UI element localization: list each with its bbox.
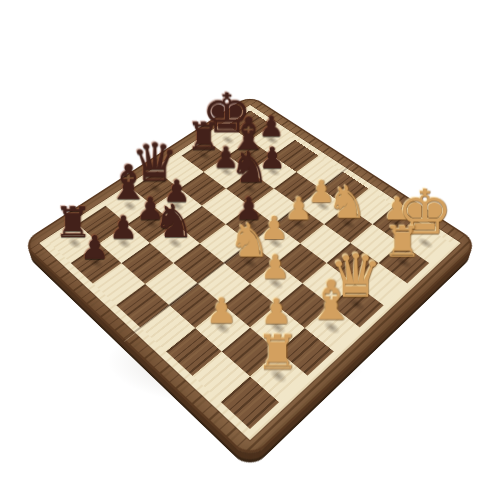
light-rook: ♜ [384, 221, 422, 264]
playing-area: ♟♟♚♚♝♟♟♞♜♜♟♞♟♟♟♛♛♟♞♟♝♝♟♞♟♟♟♜♜♟ [39, 105, 460, 440]
dark-pawn: ♟ [109, 212, 138, 244]
dark-knight: ♞ [153, 198, 194, 244]
light-bishop: ♝ [307, 274, 356, 329]
chess-board: ♟♟♚♚♝♟♟♞♜♜♟♞♟♟♟♛♛♟♞♟♝♝♟♞♟♟♟♜♜♟ [21, 95, 479, 462]
dark-pawn: ♟ [80, 231, 109, 264]
square-h2: ♜ [250, 351, 307, 402]
light-pawn: ♟ [260, 251, 290, 284]
scene-3d: ♟♟♚♚♝♟♟♞♜♜♟♞♟♟♟♛♛♟♞♟♝♝♟♞♟♟♟♜♜♟ [0, 0, 500, 500]
light-knight: ♞ [327, 180, 367, 225]
product-photo: ♟♟♚♚♝♟♟♞♜♜♟♞♟♟♟♛♛♟♞♟♝♝♟♞♟♟♟♜♜♟ [0, 0, 500, 500]
square-c3: ♞ [150, 224, 200, 263]
light-pawn: ♟ [206, 293, 237, 328]
board-frame: ♟♟♚♚♝♟♟♞♜♜♟♞♟♟♟♛♛♟♞♟♝♝♟♞♟♟♟♜♜♟ [21, 95, 479, 462]
dark-knight: ♞ [230, 146, 269, 189]
light-rook: ♜ [256, 329, 299, 377]
board-grid: ♟♟♚♚♝♟♟♞♜♜♟♞♟♟♟♛♛♟♞♟♝♝♟♞♟♟♟♜♜♟ [49, 110, 451, 429]
